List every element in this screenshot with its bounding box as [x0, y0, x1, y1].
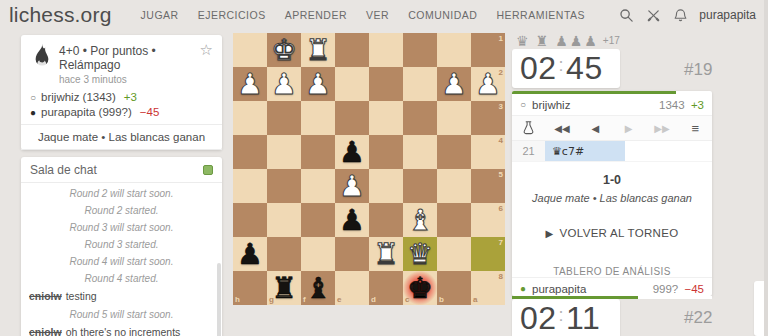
- square-a5[interactable]: 5: [471, 169, 505, 203]
- white-pawn: ♟: [441, 67, 467, 101]
- square-d6[interactable]: [369, 203, 403, 237]
- captured-queen-icon: ♛: [516, 34, 529, 48]
- square-c3[interactable]: [403, 101, 437, 135]
- file-label-h: h: [235, 295, 240, 304]
- white-pawn: ♟: [305, 67, 331, 101]
- next-move-button[interactable]: ▶: [612, 116, 645, 141]
- square-a1[interactable]: 1: [471, 33, 505, 67]
- square-f8[interactable]: ♝f: [301, 271, 335, 305]
- game-setup-text: 4+0 • Por puntos • Relámpago: [59, 44, 200, 72]
- square-d8[interactable]: d: [369, 271, 403, 305]
- rank-label-2: 2: [499, 68, 503, 77]
- black-player-link[interactable]: ● purapapita (999?) −45: [30, 105, 213, 120]
- star-icon[interactable]: ☆: [200, 42, 213, 85]
- chat-title: Sala de chat: [30, 163, 97, 177]
- square-c1[interactable]: [403, 33, 437, 67]
- square-b7[interactable]: [437, 237, 471, 271]
- square-c2[interactable]: [403, 67, 437, 101]
- square-b6[interactable]: [437, 203, 471, 237]
- move-controls: ◀◀ ◀ ▶ ▶▶ ≡: [512, 116, 712, 141]
- last-move-button[interactable]: ▶▶: [645, 116, 678, 141]
- square-a7[interactable]: 7: [471, 237, 505, 271]
- rank-label-1: 1: [499, 34, 503, 43]
- square-e7[interactable]: [335, 237, 369, 271]
- square-c5[interactable]: [403, 169, 437, 203]
- game-time-ago: hace 3 minutos: [59, 74, 200, 85]
- file-label-g: g: [269, 295, 274, 304]
- square-c6[interactable]: ♝: [403, 203, 437, 237]
- nav-item-aprender[interactable]: APRENDER: [285, 9, 347, 21]
- move-current[interactable]: ♛c7#: [545, 141, 625, 161]
- black-tournament-rank: #22: [684, 308, 712, 328]
- square-b8[interactable]: b: [437, 271, 471, 305]
- chat-message: Round 3 started.: [21, 236, 222, 253]
- captured-pawn-icon: ♟: [570, 34, 583, 48]
- square-h2[interactable]: ♟: [233, 67, 267, 101]
- nav-item-jugar[interactable]: JUGAR: [141, 9, 179, 21]
- result-score: 1-0: [512, 173, 712, 187]
- square-a6[interactable]: 6: [471, 203, 505, 237]
- square-d2[interactable]: [369, 67, 403, 101]
- divider: [21, 149, 222, 150]
- chat-toggle[interactable]: [203, 165, 213, 175]
- white-king: ♚: [271, 33, 297, 67]
- square-h4[interactable]: [233, 135, 267, 169]
- rank-label-8: 8: [499, 272, 503, 281]
- square-e3[interactable]: [335, 101, 369, 135]
- black-king: ♚: [407, 271, 433, 305]
- chat-message: Round 4 started.: [21, 270, 222, 287]
- square-g1[interactable]: ♚: [267, 33, 301, 67]
- crossed-swords-icon[interactable]: [645, 7, 661, 23]
- result-description: Jaque mate • Las blancas ganan: [512, 192, 712, 204]
- white-clock: 02:45: [512, 49, 620, 88]
- black-pawn: ♟: [339, 203, 365, 237]
- captured-pawn-icon: ♟: [584, 34, 597, 48]
- white-pawn: ♟: [475, 67, 501, 101]
- square-f7[interactable]: [301, 237, 335, 271]
- square-f6[interactable]: [301, 203, 335, 237]
- square-h6[interactable]: [233, 203, 267, 237]
- square-e8[interactable]: e: [335, 271, 369, 305]
- white-tournament-rank: #19: [684, 60, 712, 80]
- rank-label-7: 7: [499, 238, 503, 247]
- captured-rook-icon: ♜: [536, 34, 549, 48]
- square-h1[interactable]: [233, 33, 267, 67]
- square-f2[interactable]: ♟: [301, 67, 335, 101]
- nav-username[interactable]: purapapita: [699, 8, 756, 22]
- analysis-flask-icon[interactable]: [512, 121, 545, 135]
- square-g8[interactable]: ♜g: [267, 271, 301, 305]
- square-g6[interactable]: [267, 203, 301, 237]
- rank-label-6: 6: [499, 204, 503, 213]
- prev-move-button[interactable]: ◀: [579, 116, 612, 141]
- square-c8[interactable]: ♚c: [403, 271, 437, 305]
- square-g5[interactable]: [267, 169, 301, 203]
- black-rating-delta: −45: [140, 105, 160, 120]
- play-triangle-icon: ▶: [546, 228, 554, 239]
- square-a4[interactable]: 4: [471, 135, 505, 169]
- square-e2[interactable]: [335, 67, 369, 101]
- square-e5[interactable]: ♟: [335, 169, 369, 203]
- rank-label-5: 5: [499, 170, 503, 179]
- black-bishop: ♝: [305, 271, 331, 305]
- square-b4[interactable]: [437, 135, 471, 169]
- square-f1[interactable]: ♜: [301, 33, 335, 67]
- black-pawn: ♟: [237, 237, 263, 271]
- square-d7[interactable]: ♜: [369, 237, 403, 271]
- chat-scrollbar[interactable]: [217, 263, 221, 336]
- black-player-row: ● purapapita 999? −45: [512, 277, 712, 296]
- chess-board: ♚♜1♟♟♟♟♟23♟4♟5♟♝6♟♜♛7h♜g♝fed♚cba8: [233, 33, 505, 305]
- game-info-box: 4+0 • Por puntos • Relámpago hace 3 minu…: [21, 35, 222, 150]
- white-queen: ♛: [407, 237, 433, 271]
- nav-item-ejercicios[interactable]: EJERCICIOS: [198, 9, 266, 21]
- white-pawn: ♟: [271, 67, 297, 101]
- captured-pawn-icon: ♟: [555, 34, 568, 48]
- square-c4[interactable]: [403, 135, 437, 169]
- game-panel: ○ brijwhiz 1343 +3 ◀◀ ◀ ▶ ▶▶ ≡ 21 ♛c7# 1…: [512, 91, 712, 296]
- page-scrollbar[interactable]: [764, 0, 768, 336]
- white-pawn: ♟: [339, 169, 365, 203]
- square-c7[interactable]: ♛: [403, 237, 437, 271]
- square-a2[interactable]: ♟2: [471, 67, 505, 101]
- menu-icon[interactable]: ≡: [679, 116, 712, 141]
- square-g7[interactable]: [267, 237, 301, 271]
- square-h5[interactable]: [233, 169, 267, 203]
- chat-message: Round 5 will start soon.: [21, 306, 222, 323]
- black-pawn: ♟: [339, 135, 365, 169]
- search-icon[interactable]: [618, 7, 634, 23]
- square-g2[interactable]: ♟: [267, 67, 301, 101]
- square-e1[interactable]: [335, 33, 369, 67]
- nav-item-comunidad[interactable]: COMUNIDAD: [408, 9, 477, 21]
- chat-message: Round 2 will start soon.: [21, 185, 222, 202]
- online-dot-icon: ●: [520, 284, 526, 294]
- move-list: 21 ♛c7#: [512, 141, 712, 162]
- square-b3[interactable]: [437, 101, 471, 135]
- square-d4[interactable]: [369, 135, 403, 169]
- square-h7[interactable]: ♟: [233, 237, 267, 271]
- square-f3[interactable]: [301, 101, 335, 135]
- rank-label-4: 4: [499, 136, 503, 145]
- white-bishop: ♝: [407, 203, 433, 237]
- nav-menu: JUGAREJERCICIOSAPRENDERVERCOMUNIDADHERRA…: [141, 9, 585, 21]
- white-rating-delta: +3: [124, 90, 137, 105]
- square-f4[interactable]: [301, 135, 335, 169]
- lichess-logo[interactable]: lichess.org: [9, 3, 112, 27]
- chat-message: eniolwoh there's no increments: [21, 323, 222, 336]
- black-rook: ♜: [271, 271, 297, 305]
- white-rook: ♜: [373, 237, 399, 271]
- square-d1[interactable]: [369, 33, 403, 67]
- analysis-board-button[interactable]: TABLERO DE ANÁLISIS: [512, 266, 712, 277]
- white-color-icon: ○: [30, 93, 36, 103]
- chat-message: eniolwtesting: [21, 287, 222, 306]
- black-rating: 999?: [653, 283, 679, 295]
- file-label-d: d: [371, 295, 376, 304]
- top-nav: lichess.org JUGAREJERCICIOSAPRENDERVERCO…: [0, 0, 768, 30]
- white-delta: +3: [691, 99, 704, 111]
- black-delta: −45: [684, 283, 704, 295]
- square-e4[interactable]: ♟: [335, 135, 369, 169]
- square-g4[interactable]: [267, 135, 301, 169]
- white-rook: ♜: [305, 33, 331, 67]
- white-player-link[interactable]: ○ brijwhiz (1343) +3: [30, 90, 213, 105]
- chat-message: Round 4 will start soon.: [21, 253, 222, 270]
- file-label-f: f: [303, 295, 306, 304]
- square-h3[interactable]: [233, 101, 267, 135]
- chat-message: Round 2 started.: [21, 202, 222, 219]
- white-pawn: ♟: [237, 67, 263, 101]
- square-d5[interactable]: [369, 169, 403, 203]
- nav-item-ver[interactable]: VER: [366, 9, 389, 21]
- white-color-icon: ○: [520, 100, 526, 110]
- chat-message: Round 3 will start soon.: [21, 219, 222, 236]
- captured-pieces-row: ♛♜♟♟♟+17: [516, 33, 620, 48]
- white-player-name[interactable]: brijwhiz: [532, 99, 570, 111]
- square-a8[interactable]: a8: [471, 271, 505, 305]
- square-b2[interactable]: ♟: [437, 67, 471, 101]
- square-b1[interactable]: [437, 33, 471, 67]
- file-label-b: b: [439, 295, 444, 304]
- game-status-text: Jaque mate • Las blancas ganan: [30, 129, 213, 145]
- rank-label-3: 3: [499, 102, 503, 111]
- square-e6[interactable]: ♟: [335, 203, 369, 237]
- file-label-c: c: [405, 295, 409, 304]
- bell-icon[interactable]: [672, 7, 688, 23]
- chat-box: Sala de chat Round 2 will start soon.Rou…: [21, 157, 222, 336]
- square-b5[interactable]: [437, 169, 471, 203]
- black-player-name[interactable]: purapapita: [532, 283, 586, 295]
- square-d3[interactable]: [369, 101, 403, 135]
- file-label-e: e: [337, 295, 341, 304]
- nav-item-herramientas[interactable]: HERRAMIENTAS: [496, 9, 585, 21]
- square-g3[interactable]: [267, 101, 301, 135]
- move-number: 21: [512, 141, 545, 161]
- blitz-flame-icon: [32, 43, 52, 70]
- black-clock: 02:11: [512, 299, 620, 336]
- square-a3[interactable]: 3: [471, 101, 505, 135]
- white-rating: 1343: [659, 99, 685, 111]
- white-player-row: ○ brijwhiz 1343 +3: [512, 94, 712, 116]
- chat-messages: Round 2 will start soon.Round 2 started.…: [21, 183, 222, 336]
- back-to-tournament-button[interactable]: ▶VOLVER AL TORNEO: [512, 227, 712, 239]
- divider: [21, 124, 222, 125]
- material-advantage: +17: [603, 35, 620, 46]
- square-f5[interactable]: [301, 169, 335, 203]
- first-move-button[interactable]: ◀◀: [545, 116, 578, 141]
- file-label-a: a: [473, 295, 477, 304]
- square-h8[interactable]: h: [233, 271, 267, 305]
- black-color-icon: ●: [30, 108, 36, 118]
